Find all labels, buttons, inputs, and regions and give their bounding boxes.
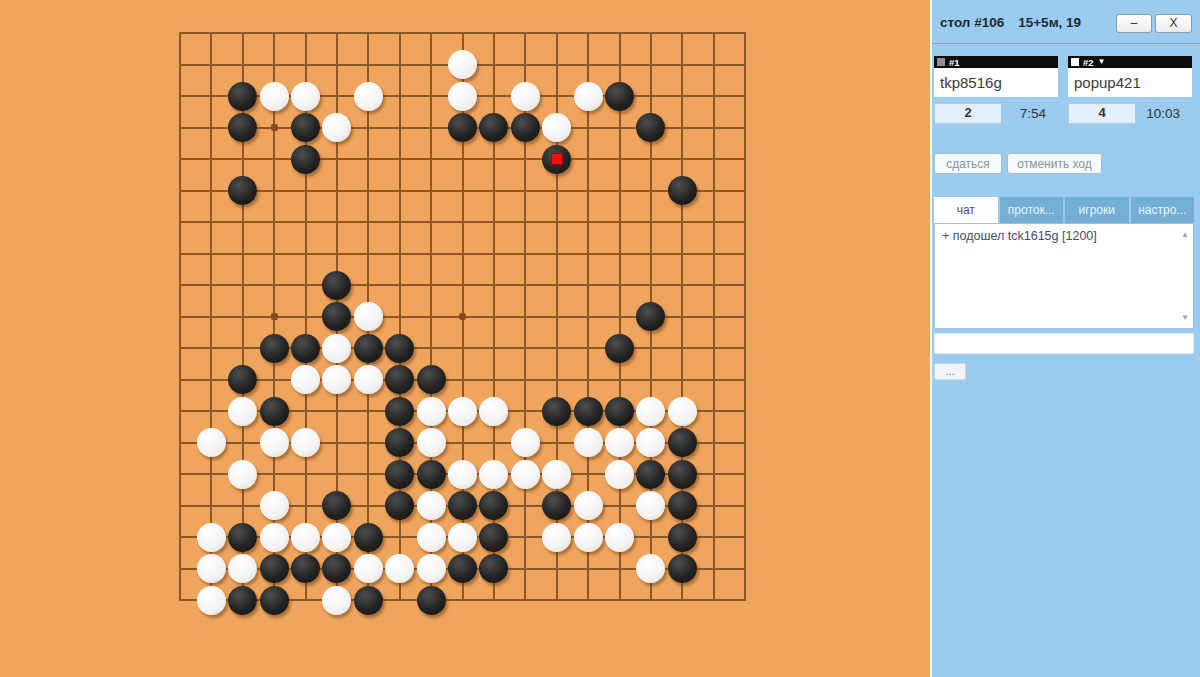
black-stone <box>574 397 603 426</box>
player-1-captures: 2 <box>934 103 1002 124</box>
white-stone <box>322 113 351 142</box>
white-stone <box>322 334 351 363</box>
black-stone <box>668 176 697 205</box>
black-stone <box>417 586 446 615</box>
black-stone <box>448 491 477 520</box>
white-stone <box>197 586 226 615</box>
tab-bar: чат проток... игроки настро... <box>934 197 1194 223</box>
black-stone <box>668 523 697 552</box>
black-stone <box>385 365 414 394</box>
white-stone <box>260 428 289 457</box>
player-2-number: #2 <box>1083 57 1094 68</box>
black-stone <box>385 460 414 489</box>
black-stone <box>417 460 446 489</box>
white-stone <box>197 428 226 457</box>
black-stone <box>322 302 351 331</box>
table-number-label: стол #106 <box>940 15 1004 30</box>
black-stone <box>260 586 289 615</box>
white-stone <box>511 82 540 111</box>
white-stone <box>354 554 383 583</box>
black-stone <box>479 113 508 142</box>
chat-message: + подошел tck1615g [1200] <box>935 224 1193 243</box>
white-stone <box>197 523 226 552</box>
white-stone <box>228 460 257 489</box>
white-stone <box>605 523 634 552</box>
white-stone <box>574 82 603 111</box>
black-stone <box>668 554 697 583</box>
white-stone <box>228 554 257 583</box>
tab-chat[interactable]: чат <box>934 197 998 223</box>
white-stone <box>448 82 477 111</box>
player-1-number: #1 <box>949 57 960 68</box>
player-2-captures: 4 <box>1068 103 1136 124</box>
more-button[interactable]: ... <box>934 363 966 380</box>
white-stone <box>417 428 446 457</box>
white-stone <box>417 554 446 583</box>
white-stone <box>511 460 540 489</box>
black-stone <box>605 334 634 363</box>
chat-panel: + подошел tck1615g [1200] ▲ ▼ <box>934 223 1194 329</box>
white-stone <box>291 365 320 394</box>
tab-players[interactable]: игроки <box>1065 197 1129 223</box>
player-1-header: #1 <box>934 56 1058 68</box>
white-stone <box>542 113 571 142</box>
black-stone <box>228 523 257 552</box>
white-stone <box>291 428 320 457</box>
go-board[interactable] <box>0 0 932 677</box>
black-stone <box>448 554 477 583</box>
white-stone <box>636 491 665 520</box>
white-stone <box>605 460 634 489</box>
white-stone <box>605 428 634 457</box>
undo-move-button[interactable]: отменить ход <box>1007 153 1102 174</box>
white-stone <box>354 365 383 394</box>
white-stone <box>448 523 477 552</box>
white-stone <box>228 397 257 426</box>
close-button[interactable]: X <box>1155 14 1192 33</box>
black-stone <box>322 491 351 520</box>
white-stone <box>574 523 603 552</box>
white-stone <box>354 82 383 111</box>
black-stone <box>636 460 665 489</box>
player-1-name: tkp8516g <box>934 68 1058 97</box>
white-stone <box>448 397 477 426</box>
white-stone <box>636 397 665 426</box>
player-1-panel: #1 tkp8516g 2 7:54 <box>934 56 1058 123</box>
minimize-button[interactable]: – <box>1116 14 1152 33</box>
black-stone <box>260 334 289 363</box>
black-stone <box>542 397 571 426</box>
scroll-down-icon[interactable]: ▼ <box>1181 313 1189 322</box>
white-stone <box>636 554 665 583</box>
black-stone <box>385 397 414 426</box>
white-stone <box>260 523 289 552</box>
player-2-panel: #2 ▼ popup421 4 10:03 <box>1068 56 1192 123</box>
white-stone <box>479 397 508 426</box>
black-stone <box>668 491 697 520</box>
black-stone <box>260 554 289 583</box>
white-stone <box>291 523 320 552</box>
white-stone <box>542 460 571 489</box>
white-stone <box>417 491 446 520</box>
black-stone <box>385 491 414 520</box>
white-stone <box>668 397 697 426</box>
black-stone <box>228 586 257 615</box>
black-stone <box>291 113 320 142</box>
black-stone <box>417 365 446 394</box>
white-stone <box>448 50 477 79</box>
white-stone <box>479 460 508 489</box>
last-move-marker <box>551 153 563 165</box>
white-stone <box>291 82 320 111</box>
black-stone <box>636 302 665 331</box>
board-stones-grid <box>164 17 760 616</box>
player-2-header: #2 ▼ <box>1068 56 1192 68</box>
white-stone <box>322 365 351 394</box>
white-stone <box>260 491 289 520</box>
black-stone <box>354 586 383 615</box>
black-stone <box>636 113 665 142</box>
tab-settings[interactable]: настро... <box>1131 197 1195 223</box>
black-stone <box>354 334 383 363</box>
white-stone <box>417 397 446 426</box>
turn-indicator-icon: ▼ <box>1098 58 1106 66</box>
black-stone <box>322 554 351 583</box>
black-stone <box>291 334 320 363</box>
white-stone <box>574 428 603 457</box>
black-stone <box>228 176 257 205</box>
black-stone <box>479 554 508 583</box>
player-2-time: 10:03 <box>1136 106 1192 121</box>
sidebar: стол #10615+5м, 19 – X #1 tkp8516g 2 7:5… <box>930 0 1200 677</box>
black-stone <box>668 460 697 489</box>
white-stone <box>542 523 571 552</box>
black-stone <box>228 82 257 111</box>
black-stone <box>385 334 414 363</box>
black-stone <box>605 82 634 111</box>
white-player-color-icon <box>1071 58 1079 66</box>
white-stone <box>448 460 477 489</box>
white-stone <box>322 586 351 615</box>
player-2-name: popup421 <box>1068 68 1192 97</box>
tab-protocol[interactable]: проток... <box>1000 197 1064 223</box>
white-stone <box>197 554 226 583</box>
chat-input[interactable] <box>934 333 1194 354</box>
game-settings-label: 15+5м, 19 <box>1018 15 1081 30</box>
white-stone <box>574 491 603 520</box>
divider <box>932 43 1200 44</box>
white-stone <box>511 428 540 457</box>
black-stone <box>668 428 697 457</box>
table-title: стол #10615+5м, 19 <box>940 15 1081 30</box>
black-stone <box>260 397 289 426</box>
black-stone <box>354 523 383 552</box>
black-stone <box>542 145 571 174</box>
black-stone <box>479 523 508 552</box>
black-stone <box>605 397 634 426</box>
black-player-color-icon <box>937 58 945 66</box>
white-stone <box>322 523 351 552</box>
black-stone <box>228 113 257 142</box>
black-stone <box>385 428 414 457</box>
black-stone <box>479 491 508 520</box>
white-stone <box>417 523 446 552</box>
player-1-time: 7:54 <box>1002 106 1058 121</box>
white-stone <box>636 428 665 457</box>
black-stone <box>228 365 257 394</box>
white-stone <box>260 82 289 111</box>
white-stone <box>385 554 414 583</box>
white-stone <box>354 302 383 331</box>
black-stone <box>291 554 320 583</box>
resign-button[interactable]: сдаться <box>934 153 1002 174</box>
black-stone <box>322 271 351 300</box>
black-stone <box>291 145 320 174</box>
black-stone <box>448 113 477 142</box>
black-stone <box>511 113 540 142</box>
scroll-up-icon[interactable]: ▲ <box>1181 230 1189 239</box>
black-stone <box>542 491 571 520</box>
